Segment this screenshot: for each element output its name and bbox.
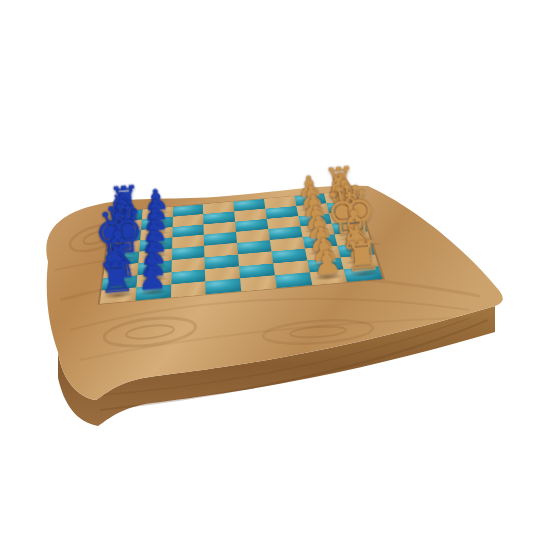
square-3-3[interactable] [204,232,237,246]
square-4-3[interactable] [204,243,238,257]
piece-natural-pawn[interactable]: ♟ [311,246,342,279]
piece-blue-pawn[interactable]: ♟ [136,262,167,295]
piece-blue-rook[interactable]: ♜ [97,256,137,298]
square-5-5[interactable] [271,249,307,264]
product-photo-scene: ♜♟♟♜♞♟♟♞♝♟♟♝♛♟♟♛♚♟♟♚♝♟♟♝♞♟♟♞♜♟♟♜ [0,0,533,533]
piece-natural-rook[interactable]: ♜ [342,235,382,277]
square-3-4[interactable] [236,229,270,243]
